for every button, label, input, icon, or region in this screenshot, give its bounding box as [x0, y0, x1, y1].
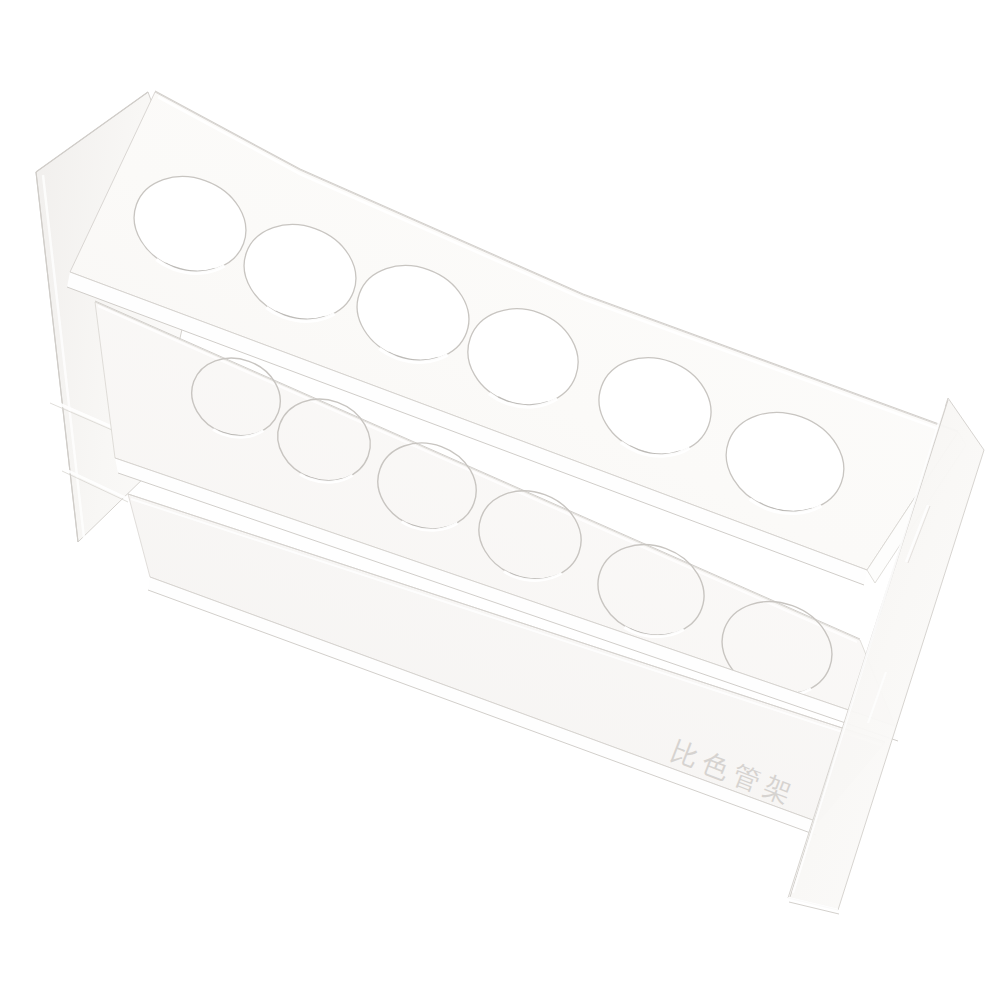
product-photo: 比色管架	[0, 0, 1000, 1000]
tube-rack-illustration: 比色管架	[0, 0, 1000, 1000]
